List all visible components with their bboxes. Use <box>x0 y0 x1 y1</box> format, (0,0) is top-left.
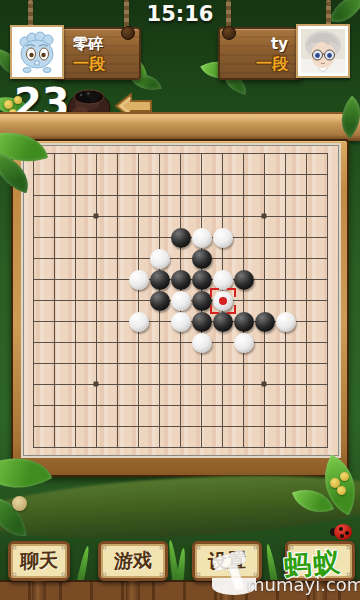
anime-character-avatar-image <box>301 29 345 73</box>
last-move-marker <box>210 288 236 314</box>
white-stone <box>129 270 149 290</box>
fence-decoration <box>0 580 360 600</box>
left-player-rank: 一段 <box>73 55 105 73</box>
wooden-shelf <box>0 112 360 141</box>
black-stone <box>150 270 170 290</box>
rope-knot <box>121 26 135 40</box>
right-player-name: ty <box>271 35 288 53</box>
flower-decoration <box>337 486 346 495</box>
clock: 15:16 <box>0 2 360 26</box>
chat-button-label: 聊天 <box>20 547 58 574</box>
black-stone <box>192 270 212 290</box>
board-grid[interactable] <box>33 153 328 448</box>
game-screen: 15:16 零碎 一段 ty 一段 <box>0 0 360 600</box>
rope-decoration <box>28 0 33 28</box>
white-stone <box>213 228 233 248</box>
black-stone <box>213 312 233 332</box>
white-stone <box>276 312 296 332</box>
rope-knot <box>222 26 236 40</box>
board-frame <box>11 139 349 477</box>
white-stone <box>150 249 170 269</box>
black-stone <box>171 270 191 290</box>
white-stone <box>129 312 149 332</box>
black-stone <box>150 291 170 311</box>
ladybug-icon <box>330 522 352 541</box>
white-stone <box>234 333 254 353</box>
left-player-name: 零碎 <box>73 35 103 53</box>
white-stone <box>171 291 191 311</box>
chat-button[interactable]: 聊天 <box>8 541 70 581</box>
black-stone <box>192 249 212 269</box>
left-player-avatar[interactable] <box>10 25 64 79</box>
star-point <box>94 214 99 219</box>
white-stone <box>192 333 212 353</box>
black-stone <box>192 291 212 311</box>
settings-button-label: 设置 <box>208 547 246 574</box>
settings-button[interactable]: 设置 <box>192 541 262 581</box>
star-point <box>262 214 267 219</box>
white-stone <box>213 270 233 290</box>
star-point <box>94 382 99 387</box>
black-stone <box>192 312 212 332</box>
blue-paw-avatar-image <box>15 30 59 74</box>
flower-decoration <box>12 496 27 511</box>
right-player-avatar[interactable] <box>296 24 350 78</box>
flower-decoration <box>340 472 349 481</box>
star-point <box>262 382 267 387</box>
game-button[interactable]: 游戏 <box>98 541 168 581</box>
white-stone <box>192 228 212 248</box>
board-surface <box>23 145 339 456</box>
right-player-rank: 一段 <box>256 55 288 73</box>
black-stone <box>234 270 254 290</box>
white-stone <box>171 312 191 332</box>
rope-decoration <box>326 0 331 26</box>
black-stone <box>234 312 254 332</box>
black-stone <box>171 228 191 248</box>
fourth-button[interactable] <box>285 541 355 581</box>
black-stone <box>255 312 275 332</box>
flower-decoration <box>4 100 13 109</box>
game-button-label: 游戏 <box>114 547 152 574</box>
